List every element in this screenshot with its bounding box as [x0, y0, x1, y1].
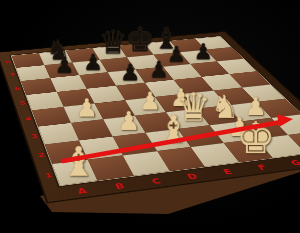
move-arrow [0, 0, 300, 233]
chess-photo-scene: ♞♛♚♝♟♟♟♟♟♟♟♟♟♟♛♞♟♝♟♝♚ 12345678 ABCDEFGH [0, 0, 300, 233]
